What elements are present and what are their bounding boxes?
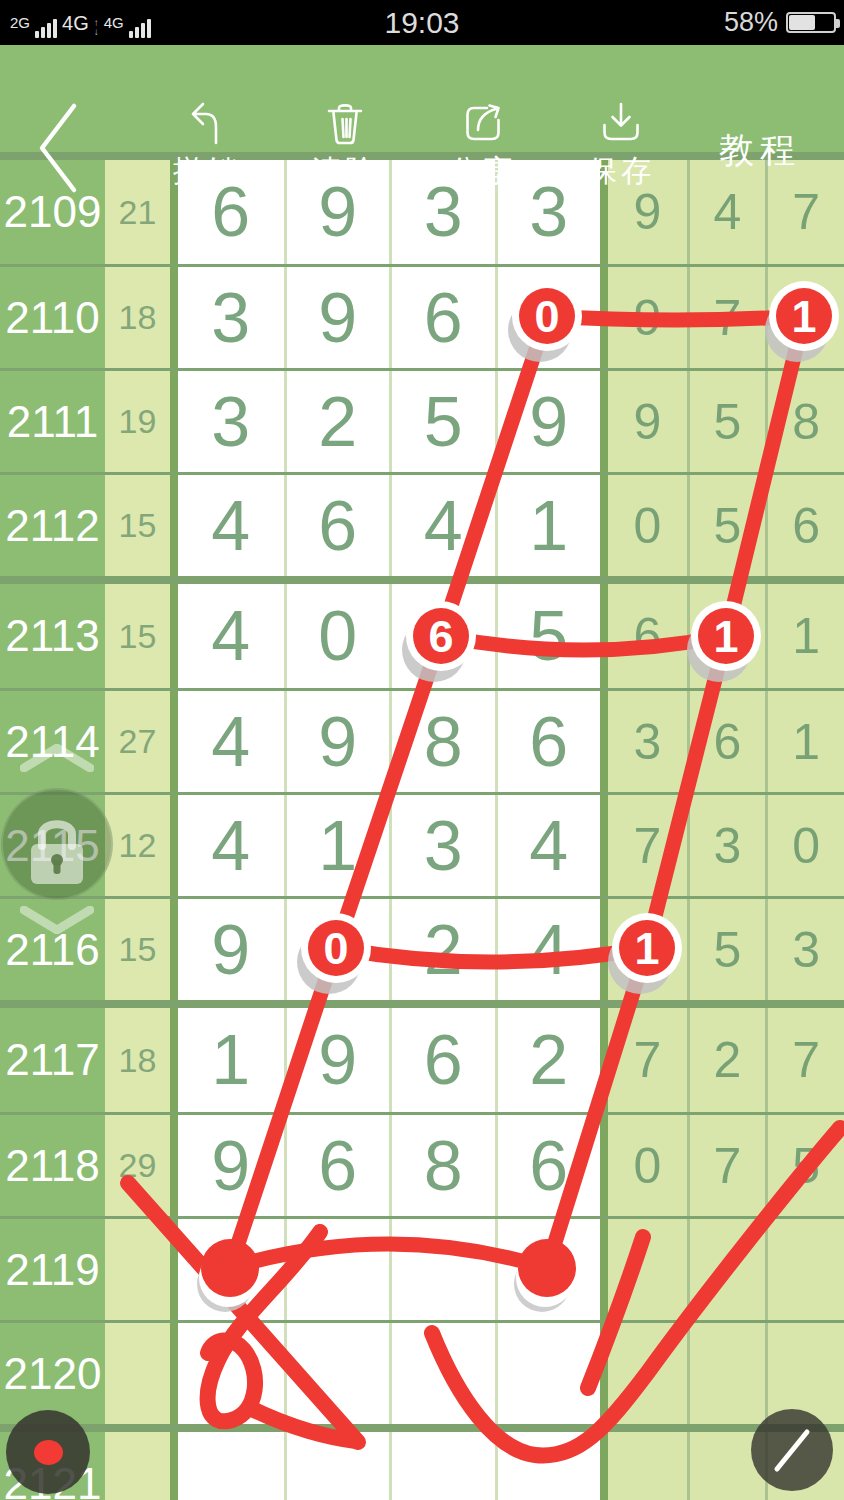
lock-icon	[3, 790, 111, 898]
tail-digit-cell	[687, 1219, 766, 1320]
battery-icon	[786, 12, 836, 33]
main-digit-cell: 4	[495, 795, 601, 896]
share-button[interactable]: 分享	[427, 99, 539, 192]
tail-digit-cell: 1	[765, 584, 844, 688]
tail-digit-cell: 7	[608, 1008, 687, 1112]
column-separator	[170, 1323, 178, 1424]
sum-value	[105, 1323, 170, 1424]
tail-digit-cell: 0	[608, 1115, 687, 1216]
tail-digit-cell	[608, 1323, 687, 1424]
tail-digit-cell: 6	[765, 475, 844, 576]
main-digit-cell	[495, 1323, 601, 1424]
main-digit-cell	[284, 1219, 390, 1320]
main-digit-cell: 9	[284, 267, 390, 368]
tail-digit-cell: 5	[687, 475, 766, 576]
tail-digit-cell: 3	[687, 795, 766, 896]
tail-digit-cell: 3	[608, 691, 687, 792]
undo-label: 撤销	[151, 151, 263, 192]
column-separator	[170, 1219, 178, 1320]
main-digit-cell: 1	[495, 475, 601, 576]
main-digit-cell	[284, 1432, 390, 1500]
main-digit-cell	[389, 1219, 495, 1320]
tail-digit-cell: 0	[765, 795, 844, 896]
tail-digit-cell: 1	[608, 899, 687, 1000]
main-digit-cell	[495, 1432, 601, 1500]
column-separator	[170, 475, 178, 576]
tail-digit-cell: 5	[687, 371, 766, 472]
trash-icon	[321, 99, 369, 147]
main-digit-cell: 3	[178, 371, 284, 472]
sum-value: 19	[105, 371, 170, 472]
column-separator	[170, 1432, 178, 1500]
tail-digit-cell: 9	[608, 371, 687, 472]
tail-digit-cell: 8	[765, 371, 844, 472]
column-separator	[600, 1219, 608, 1320]
tail-digit-cell: 5	[765, 1115, 844, 1216]
tail-digit-cell: 1	[765, 691, 844, 792]
column-separator	[600, 371, 608, 472]
tail-digit-cell: 6	[608, 584, 687, 688]
tail-digit-cell: 3	[765, 899, 844, 1000]
clear-button[interactable]: 清除	[289, 99, 401, 192]
tail-digit-cell: 7	[687, 267, 766, 368]
chart-row-2120: 2120	[0, 1320, 844, 1424]
main-digit-cell: 4	[389, 475, 495, 576]
trend-chart-grid[interactable]: 2109216933947211018396097121111932599582…	[0, 152, 844, 1500]
column-separator	[600, 691, 608, 792]
column-separator	[600, 584, 608, 688]
tail-digit-cell: 7	[765, 160, 844, 264]
main-digit-cell: 4	[178, 795, 284, 896]
main-digit-cell: 6	[389, 584, 495, 688]
sum-value: 15	[105, 475, 170, 576]
main-digit-cell: 6	[389, 267, 495, 368]
tail-digit-cell: 1	[765, 267, 844, 368]
group-separator	[0, 576, 844, 584]
column-separator	[600, 475, 608, 576]
main-digit-cell	[178, 1219, 284, 1320]
period-label: 2112	[0, 475, 105, 576]
main-digit-cell: 6	[389, 1008, 495, 1112]
column-separator	[170, 584, 178, 688]
share-icon	[459, 99, 507, 147]
pen-stroke-icon	[751, 1409, 833, 1491]
tail-digit-cell: 0	[608, 475, 687, 576]
main-digit-cell: 3	[389, 795, 495, 896]
save-label: 保存	[565, 151, 677, 192]
column-separator	[170, 1008, 178, 1112]
column-separator	[600, 1008, 608, 1112]
column-separator	[170, 691, 178, 792]
column-separator	[600, 267, 608, 368]
clock: 19:03	[0, 6, 844, 40]
main-digit-cell: 9	[495, 371, 601, 472]
period-label: 2119	[0, 1219, 105, 1320]
sum-value: 18	[105, 267, 170, 368]
undo-button[interactable]: 撤销	[151, 99, 263, 192]
tail-digit-cell: 1	[687, 584, 766, 688]
main-digit-cell: 4	[178, 584, 284, 688]
main-digit-cell: 3	[178, 267, 284, 368]
main-digit-cell: 4	[178, 691, 284, 792]
status-bar: 2G 4G ↑↓ 4G 19:03 58%	[0, 0, 844, 45]
clear-label: 清除	[289, 151, 401, 192]
group-separator	[0, 1424, 844, 1432]
main-digit-cell	[495, 1219, 601, 1320]
tail-digit-cell: 9	[608, 267, 687, 368]
sum-value: 15	[105, 584, 170, 688]
group-separator	[0, 1000, 844, 1008]
chart-row-2114: 2114274986361	[0, 688, 844, 792]
chart-row-2117: 2117181962727	[0, 1008, 844, 1112]
lock-button[interactable]	[1, 788, 113, 900]
main-digit-cell: 9	[284, 691, 390, 792]
chart-row-2119: 2119	[0, 1216, 844, 1320]
main-digit-cell: 4	[178, 475, 284, 576]
main-digit-cell: 0	[284, 584, 390, 688]
save-button[interactable]: 保存	[565, 99, 677, 192]
main-digit-cell	[178, 1432, 284, 1500]
record-button[interactable]	[6, 1410, 90, 1494]
main-digit-cell	[389, 1323, 495, 1424]
tail-digit-cell: 7	[765, 1008, 844, 1112]
column-separator	[600, 1323, 608, 1424]
back-button[interactable]	[30, 100, 90, 196]
tail-digit-cell: 4	[687, 160, 766, 264]
main-digit-cell: 2	[284, 371, 390, 472]
record-dot-icon	[34, 1440, 63, 1465]
period-label: 2118	[0, 1115, 105, 1216]
sum-value: 18	[105, 1008, 170, 1112]
undo-icon	[183, 99, 231, 147]
period-label: 2113	[0, 584, 105, 688]
main-digit-cell: 6	[495, 691, 601, 792]
period-label: 2120	[0, 1323, 105, 1424]
main-digit-cell: 2	[389, 899, 495, 1000]
main-digit-cell: 6	[284, 1115, 390, 1216]
main-digit-cell: 1	[178, 1008, 284, 1112]
sum-value: 12	[105, 795, 170, 896]
column-separator	[170, 1115, 178, 1216]
chevron-down-icon[interactable]	[20, 906, 94, 934]
main-digit-cell	[178, 1323, 284, 1424]
tail-digit-cell: 7	[687, 1115, 766, 1216]
sum-value	[105, 1432, 170, 1500]
main-digit-cell: 2	[495, 1008, 601, 1112]
chart-row-2115: 2115124134730	[0, 792, 844, 896]
toolbar: 撤销 清除 分享 保存 教程	[0, 45, 844, 152]
tail-digit-cell	[608, 1432, 687, 1500]
tail-digit-cell: 5	[687, 899, 766, 1000]
tail-digit-cell: 6	[687, 691, 766, 792]
main-digit-cell: 9	[178, 1115, 284, 1216]
main-digit-cell: 1	[284, 795, 390, 896]
chart-row-2111: 2111193259958	[0, 368, 844, 472]
chart-row-2121: 2121	[0, 1432, 844, 1500]
main-digit-cell: 5	[495, 584, 601, 688]
column-separator	[170, 267, 178, 368]
column-separator	[600, 1432, 608, 1500]
period-label: 2111	[0, 371, 105, 472]
column-separator	[600, 1115, 608, 1216]
sum-value: 27	[105, 691, 170, 792]
tail-digit-cell	[608, 1219, 687, 1320]
chart-row-2112: 2112154641056	[0, 472, 844, 576]
share-label: 分享	[427, 151, 539, 192]
tail-digit-cell: 7	[608, 795, 687, 896]
chart-row-2113: 2113154065611	[0, 584, 844, 688]
main-digit-cell: 9	[284, 1008, 390, 1112]
main-digit-cell: 0	[495, 267, 601, 368]
main-digit-cell: 6	[495, 1115, 601, 1216]
sum-value: 29	[105, 1115, 170, 1216]
main-digit-cell: 0	[284, 899, 390, 1000]
column-separator	[170, 371, 178, 472]
tail-digit-cell	[765, 1219, 844, 1320]
main-digit-cell: 8	[389, 1115, 495, 1216]
main-digit-cell	[284, 1323, 390, 1424]
chart-row-2110: 2110183960971	[0, 264, 844, 368]
sum-value: 15	[105, 899, 170, 1000]
column-separator	[170, 899, 178, 1000]
main-digit-cell: 8	[389, 691, 495, 792]
sum-value	[105, 1219, 170, 1320]
period-label: 2114	[0, 691, 105, 792]
column-separator	[170, 795, 178, 896]
main-digit-cell: 9	[178, 899, 284, 1000]
chevron-up-icon[interactable]	[20, 744, 94, 772]
chart-row-2109: 2109216933947	[0, 160, 844, 264]
main-digit-cell: 4	[495, 899, 601, 1000]
main-digit-cell: 6	[284, 475, 390, 576]
pen-draw-button[interactable]	[751, 1409, 833, 1491]
main-digit-cell: 5	[389, 371, 495, 472]
period-label: 2117	[0, 1008, 105, 1112]
tail-digit-cell: 2	[687, 1008, 766, 1112]
chart-row-2118: 2118299686075	[0, 1112, 844, 1216]
battery-percent: 58%	[724, 7, 778, 38]
main-digit-cell	[389, 1432, 495, 1500]
chart-row-2116: 2116159024153	[0, 896, 844, 1000]
column-separator	[600, 795, 608, 896]
column-separator	[600, 899, 608, 1000]
download-icon	[597, 99, 645, 147]
tutorial-button[interactable]: 教程	[702, 127, 818, 174]
period-label: 2110	[0, 267, 105, 368]
